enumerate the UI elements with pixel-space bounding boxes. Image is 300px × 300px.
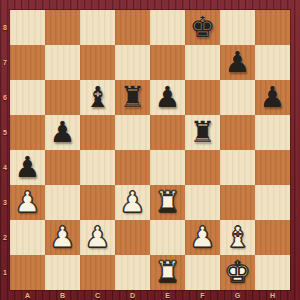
file-label-e: E xyxy=(150,290,185,300)
square-g7[interactable]: ♟ xyxy=(220,45,255,80)
square-d3[interactable]: ♟ xyxy=(115,185,150,220)
white-bishop-piece: ♝ xyxy=(225,220,251,255)
square-d2[interactable] xyxy=(115,220,150,255)
file-label-c: C xyxy=(80,290,115,300)
square-c6[interactable]: ♝ xyxy=(80,80,115,115)
rank-label-3: 3 xyxy=(0,185,10,220)
square-c8[interactable] xyxy=(80,10,115,45)
square-h5[interactable] xyxy=(255,115,290,150)
rank-label-4: 4 xyxy=(0,150,10,185)
black-king-piece: ♚ xyxy=(190,10,216,45)
file-label-d: D xyxy=(115,290,150,300)
black-bishop-piece: ♝ xyxy=(85,80,111,115)
square-d6[interactable]: ♜ xyxy=(115,80,150,115)
square-h4[interactable] xyxy=(255,150,290,185)
square-a8[interactable] xyxy=(10,10,45,45)
rank-label-7: 7 xyxy=(0,45,10,80)
file-label-f: F xyxy=(185,290,220,300)
black-pawn-piece: ♟ xyxy=(15,150,41,185)
square-h8[interactable] xyxy=(255,10,290,45)
file-label-a: A xyxy=(10,290,45,300)
square-h7[interactable] xyxy=(255,45,290,80)
square-b5[interactable]: ♟ xyxy=(45,115,80,150)
rank-label-8: 8 xyxy=(0,10,10,45)
square-f5[interactable]: ♜ xyxy=(185,115,220,150)
black-pawn-piece: ♟ xyxy=(50,115,76,150)
square-a1[interactable] xyxy=(10,255,45,290)
square-c4[interactable] xyxy=(80,150,115,185)
square-h3[interactable] xyxy=(255,185,290,220)
white-pawn-piece: ♟ xyxy=(15,185,41,220)
square-g2[interactable]: ♝ xyxy=(220,220,255,255)
black-pawn-piece: ♟ xyxy=(225,45,251,80)
square-b2[interactable]: ♟ xyxy=(45,220,80,255)
white-pawn-piece: ♟ xyxy=(190,220,216,255)
white-pawn-piece: ♟ xyxy=(50,220,76,255)
white-king-piece: ♚ xyxy=(225,255,251,290)
square-e4[interactable] xyxy=(150,150,185,185)
square-a4[interactable]: ♟ xyxy=(10,150,45,185)
square-b8[interactable] xyxy=(45,10,80,45)
square-a5[interactable] xyxy=(10,115,45,150)
square-d8[interactable] xyxy=(115,10,150,45)
file-labels: ABCDEFGH xyxy=(10,290,290,300)
square-c5[interactable] xyxy=(80,115,115,150)
square-f7[interactable] xyxy=(185,45,220,80)
square-a2[interactable] xyxy=(10,220,45,255)
square-d1[interactable] xyxy=(115,255,150,290)
square-d4[interactable] xyxy=(115,150,150,185)
square-f6[interactable] xyxy=(185,80,220,115)
square-b1[interactable] xyxy=(45,255,80,290)
square-c3[interactable] xyxy=(80,185,115,220)
square-e7[interactable] xyxy=(150,45,185,80)
square-d7[interactable] xyxy=(115,45,150,80)
square-f8[interactable]: ♚ xyxy=(185,10,220,45)
square-f2[interactable]: ♟ xyxy=(185,220,220,255)
square-f4[interactable] xyxy=(185,150,220,185)
chess-board: ♚♟♝♜♟♟♟♜♟♟♟♜♟♟♟♝♜♚ xyxy=(10,10,290,290)
white-pawn-piece: ♟ xyxy=(85,220,111,255)
file-label-b: B xyxy=(45,290,80,300)
square-e5[interactable] xyxy=(150,115,185,150)
square-h6[interactable]: ♟ xyxy=(255,80,290,115)
white-pawn-piece: ♟ xyxy=(120,185,146,220)
rank-labels: 87654321 xyxy=(0,10,10,290)
square-h2[interactable] xyxy=(255,220,290,255)
square-g8[interactable] xyxy=(220,10,255,45)
square-c2[interactable]: ♟ xyxy=(80,220,115,255)
rank-label-5: 5 xyxy=(0,115,10,150)
square-g6[interactable] xyxy=(220,80,255,115)
square-g4[interactable] xyxy=(220,150,255,185)
square-b7[interactable] xyxy=(45,45,80,80)
black-pawn-piece: ♟ xyxy=(260,80,286,115)
square-d5[interactable] xyxy=(115,115,150,150)
square-b3[interactable] xyxy=(45,185,80,220)
chess-diagram: 87654321 ♚♟♝♜♟♟♟♜♟♟♟♜♟♟♟♝♜♚ ABCDEFGH xyxy=(0,0,300,300)
square-a7[interactable] xyxy=(10,45,45,80)
square-e3[interactable]: ♜ xyxy=(150,185,185,220)
square-e2[interactable] xyxy=(150,220,185,255)
square-g1[interactable]: ♚ xyxy=(220,255,255,290)
square-h1[interactable] xyxy=(255,255,290,290)
square-f3[interactable] xyxy=(185,185,220,220)
square-e1[interactable]: ♜ xyxy=(150,255,185,290)
square-c1[interactable] xyxy=(80,255,115,290)
square-b4[interactable] xyxy=(45,150,80,185)
white-rook-piece: ♜ xyxy=(155,255,181,290)
rank-label-2: 2 xyxy=(0,220,10,255)
square-g3[interactable] xyxy=(220,185,255,220)
black-rook-piece: ♜ xyxy=(190,115,216,150)
rank-label-6: 6 xyxy=(0,80,10,115)
square-a3[interactable]: ♟ xyxy=(10,185,45,220)
square-f1[interactable] xyxy=(185,255,220,290)
file-label-h: H xyxy=(255,290,290,300)
white-rook-piece: ♜ xyxy=(155,185,181,220)
square-e8[interactable] xyxy=(150,10,185,45)
black-rook-piece: ♜ xyxy=(120,80,146,115)
square-c7[interactable] xyxy=(80,45,115,80)
square-g5[interactable] xyxy=(220,115,255,150)
square-e6[interactable]: ♟ xyxy=(150,80,185,115)
file-label-g: G xyxy=(220,290,255,300)
rank-label-1: 1 xyxy=(0,255,10,290)
square-b6[interactable] xyxy=(45,80,80,115)
black-pawn-piece: ♟ xyxy=(155,80,181,115)
square-a6[interactable] xyxy=(10,80,45,115)
